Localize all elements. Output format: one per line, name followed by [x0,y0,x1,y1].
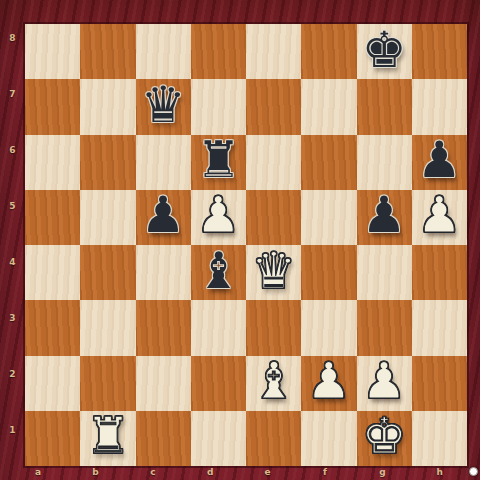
white-pawn[interactable]: ♟ [196,190,241,240]
square-a1[interactable] [25,411,80,466]
square-b8[interactable] [80,24,135,79]
square-g8[interactable]: ♚ [357,24,412,79]
square-f4[interactable] [301,245,356,300]
file-label-f: f [315,465,335,479]
square-h2[interactable] [412,356,467,411]
square-c2[interactable] [136,356,191,411]
side-to-move-indicator [469,467,478,476]
square-e2[interactable]: ♝ [246,356,301,411]
square-f8[interactable] [301,24,356,79]
square-d4[interactable]: ♝ [191,245,246,300]
square-e5[interactable] [246,190,301,245]
file-label-c: c [143,465,163,479]
square-b3[interactable] [80,300,135,355]
square-e7[interactable] [246,79,301,134]
white-queen[interactable]: ♛ [251,246,296,296]
square-d2[interactable] [191,356,246,411]
square-e4[interactable]: ♛ [246,245,301,300]
square-a7[interactable] [25,79,80,134]
square-h7[interactable] [412,79,467,134]
rank-label-4: 4 [0,255,25,269]
square-b4[interactable] [80,245,135,300]
square-d5[interactable]: ♟ [191,190,246,245]
square-b2[interactable] [80,356,135,411]
file-label-b: b [85,465,105,479]
file-label-a: a [28,465,48,479]
square-f1[interactable] [301,411,356,466]
rank-label-1: 1 [0,423,25,437]
file-label-d: d [200,465,220,479]
rank-label-3: 3 [0,311,25,325]
square-h3[interactable] [412,300,467,355]
square-d3[interactable] [191,300,246,355]
square-f6[interactable] [301,135,356,190]
square-g2[interactable]: ♟ [357,356,412,411]
square-f3[interactable] [301,300,356,355]
square-g5[interactable]: ♟ [357,190,412,245]
square-c5[interactable]: ♟ [136,190,191,245]
rank-label-2: 2 [0,367,25,381]
square-c1[interactable] [136,411,191,466]
square-d7[interactable] [191,79,246,134]
white-rook[interactable]: ♜ [85,411,130,461]
square-f7[interactable] [301,79,356,134]
square-h4[interactable] [412,245,467,300]
square-c3[interactable] [136,300,191,355]
square-b1[interactable]: ♜ [80,411,135,466]
square-c8[interactable] [136,24,191,79]
square-f5[interactable] [301,190,356,245]
square-h1[interactable] [412,411,467,466]
black-bishop[interactable]: ♝ [196,246,241,296]
square-a6[interactable] [25,135,80,190]
square-g7[interactable] [357,79,412,134]
white-pawn[interactable]: ♟ [417,190,462,240]
square-c4[interactable] [136,245,191,300]
square-g6[interactable] [357,135,412,190]
white-king[interactable]: ♚ [362,411,407,461]
square-h5[interactable]: ♟ [412,190,467,245]
rank-label-6: 6 [0,143,25,157]
square-a3[interactable] [25,300,80,355]
square-h6[interactable]: ♟ [412,135,467,190]
square-d1[interactable] [191,411,246,466]
square-a5[interactable] [25,190,80,245]
square-a8[interactable] [25,24,80,79]
square-g1[interactable]: ♚ [357,411,412,466]
board-frame: ♚♛♜♟♟♟♟♟♝♛♝♟♟♜♚ 87654321 abcdefgh [0,0,480,480]
square-h8[interactable] [412,24,467,79]
square-c6[interactable] [136,135,191,190]
black-rook[interactable]: ♜ [196,135,241,185]
square-d6[interactable]: ♜ [191,135,246,190]
square-e3[interactable] [246,300,301,355]
square-b6[interactable] [80,135,135,190]
square-a4[interactable] [25,245,80,300]
white-pawn[interactable]: ♟ [362,356,407,406]
square-e6[interactable] [246,135,301,190]
black-pawn[interactable]: ♟ [417,135,462,185]
square-f2[interactable]: ♟ [301,356,356,411]
file-label-e: e [258,465,278,479]
square-g4[interactable] [357,245,412,300]
white-bishop[interactable]: ♝ [251,356,296,406]
white-pawn[interactable]: ♟ [306,356,351,406]
square-d8[interactable] [191,24,246,79]
square-a2[interactable] [25,356,80,411]
square-c7[interactable]: ♛ [136,79,191,134]
black-queen[interactable]: ♛ [141,80,186,130]
square-g3[interactable] [357,300,412,355]
square-b5[interactable] [80,190,135,245]
square-e8[interactable] [246,24,301,79]
square-b7[interactable] [80,79,135,134]
black-pawn[interactable]: ♟ [141,190,186,240]
file-label-g: g [372,465,392,479]
chess-board: ♚♛♜♟♟♟♟♟♝♛♝♟♟♜♚ [25,24,467,466]
file-label-h: h [430,465,450,479]
rank-label-7: 7 [0,87,25,101]
black-king[interactable]: ♚ [362,25,407,75]
rank-label-8: 8 [0,31,25,45]
rank-label-5: 5 [0,199,25,213]
black-pawn[interactable]: ♟ [362,190,407,240]
square-e1[interactable] [246,411,301,466]
